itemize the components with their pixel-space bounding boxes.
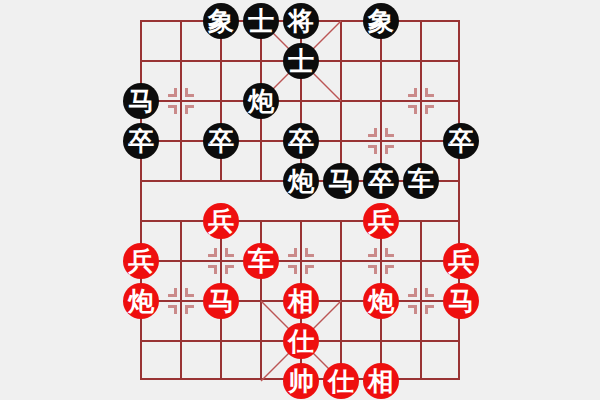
piece-red-soldier[interactable]: 兵: [203, 203, 239, 239]
star-bracket: [368, 145, 377, 154]
star-bracket: [368, 265, 377, 274]
star-bracket: [168, 288, 177, 297]
piece-black-elephant[interactable]: 象: [203, 3, 239, 39]
star-bracket: [185, 88, 194, 97]
piece-red-horse[interactable]: 马: [203, 283, 239, 319]
piece-black-soldier[interactable]: 卒: [123, 123, 159, 159]
star-bracket: [425, 105, 434, 114]
piece-red-cannon[interactable]: 炮: [123, 283, 159, 319]
piece-black-cannon[interactable]: 炮: [283, 163, 319, 199]
star-bracket: [225, 265, 234, 274]
piece-black-elephant[interactable]: 象: [363, 3, 399, 39]
piece-red-advisor[interactable]: 仕: [283, 323, 319, 359]
star-bracket: [408, 105, 417, 114]
piece-red-elephant[interactable]: 相: [363, 363, 399, 399]
piece-black-soldier[interactable]: 卒: [443, 123, 479, 159]
piece-red-horse[interactable]: 马: [443, 283, 479, 319]
star-bracket: [385, 145, 394, 154]
star-bracket: [168, 105, 177, 114]
star-bracket: [288, 248, 297, 257]
star-bracket: [208, 248, 217, 257]
star-bracket: [425, 288, 434, 297]
piece-black-soldier[interactable]: 卒: [203, 123, 239, 159]
piece-red-soldier[interactable]: 兵: [363, 203, 399, 239]
piece-red-chariot[interactable]: 车: [243, 243, 279, 279]
screenshot-stage: 象士将象士马炮卒卒卒卒炮马卒车兵兵兵车兵炮马相炮马仕帅仕相: [0, 0, 600, 400]
piece-black-general[interactable]: 将: [283, 3, 319, 39]
star-bracket: [408, 305, 417, 314]
piece-black-horse[interactable]: 马: [123, 83, 159, 119]
piece-black-soldier[interactable]: 卒: [363, 163, 399, 199]
xiangqi-board: 象士将象士马炮卒卒卒卒炮马卒车兵兵兵车兵炮马相炮马仕帅仕相: [0, 0, 600, 400]
piece-black-advisor[interactable]: 士: [243, 3, 279, 39]
star-bracket: [408, 88, 417, 97]
star-bracket: [385, 128, 394, 137]
star-bracket: [168, 305, 177, 314]
star-bracket: [385, 248, 394, 257]
star-bracket: [368, 128, 377, 137]
star-bracket: [225, 248, 234, 257]
star-bracket: [208, 265, 217, 274]
piece-red-advisor[interactable]: 仕: [323, 363, 359, 399]
star-bracket: [185, 305, 194, 314]
piece-red-soldier[interactable]: 兵: [123, 243, 159, 279]
star-bracket: [305, 265, 314, 274]
star-bracket: [368, 248, 377, 257]
piece-red-cannon[interactable]: 炮: [363, 283, 399, 319]
piece-black-cannon[interactable]: 炮: [243, 83, 279, 119]
star-bracket: [305, 248, 314, 257]
piece-black-advisor[interactable]: 士: [283, 43, 319, 79]
star-bracket: [185, 288, 194, 297]
star-bracket: [288, 265, 297, 274]
star-bracket: [385, 265, 394, 274]
star-bracket: [425, 88, 434, 97]
piece-red-elephant[interactable]: 相: [283, 283, 319, 319]
piece-black-soldier[interactable]: 卒: [283, 123, 319, 159]
star-bracket: [168, 88, 177, 97]
piece-black-chariot[interactable]: 车: [403, 163, 439, 199]
piece-red-soldier[interactable]: 兵: [443, 243, 479, 279]
piece-red-general[interactable]: 帅: [283, 363, 319, 399]
piece-black-horse[interactable]: 马: [323, 163, 359, 199]
star-bracket: [425, 305, 434, 314]
star-bracket: [408, 288, 417, 297]
star-bracket: [185, 105, 194, 114]
